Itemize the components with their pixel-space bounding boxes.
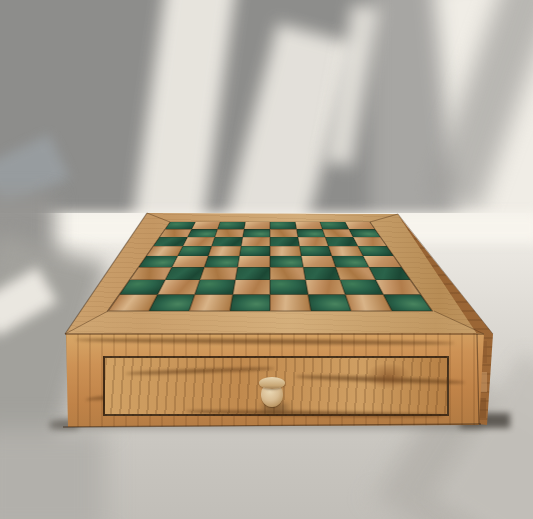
board-square [177, 246, 211, 256]
board-square [270, 256, 303, 267]
board-square [270, 294, 311, 311]
board-square [305, 280, 345, 294]
board-square [189, 294, 232, 311]
board-square [353, 237, 387, 246]
board-square [183, 237, 215, 246]
board-square [208, 246, 241, 256]
board-square [195, 280, 235, 294]
board-square [349, 229, 381, 237]
board-square [230, 294, 271, 311]
wood-grain-streak [75, 337, 455, 345]
board-square [157, 280, 200, 294]
box-front-panel [65, 333, 484, 427]
wood-knot [365, 363, 411, 389]
board-square [357, 246, 393, 256]
board-square [239, 246, 270, 256]
board-square [322, 229, 352, 237]
board-square [237, 256, 270, 267]
board-square [218, 222, 245, 229]
board-square [187, 229, 217, 237]
board-square [298, 237, 329, 246]
surface-shadow-bottom-left [0, 428, 105, 519]
board-square [165, 267, 204, 280]
board-square [204, 256, 239, 267]
board-square [191, 222, 220, 229]
board-square [270, 222, 296, 229]
board-square [303, 267, 340, 280]
chessbox-product-photo [0, 0, 533, 519]
board-square [235, 267, 270, 280]
board-square [232, 280, 270, 294]
board-square [242, 229, 270, 237]
board-square [270, 246, 301, 256]
board-square [212, 237, 243, 246]
board-square [270, 280, 308, 294]
board-square [308, 294, 351, 311]
board-square [241, 237, 270, 246]
board-square [299, 246, 332, 256]
board-square [320, 222, 349, 229]
board-square [270, 267, 305, 280]
board-square [171, 256, 208, 267]
board-square [200, 267, 237, 280]
board-square [296, 229, 325, 237]
drawer-knob-cap [259, 377, 285, 389]
board-square [244, 222, 270, 229]
board-square [270, 229, 298, 237]
board-square [149, 294, 195, 311]
board-square [345, 222, 375, 229]
board-square [295, 222, 322, 229]
board-square [270, 237, 299, 246]
board-square [301, 256, 336, 267]
board-square [215, 229, 244, 237]
